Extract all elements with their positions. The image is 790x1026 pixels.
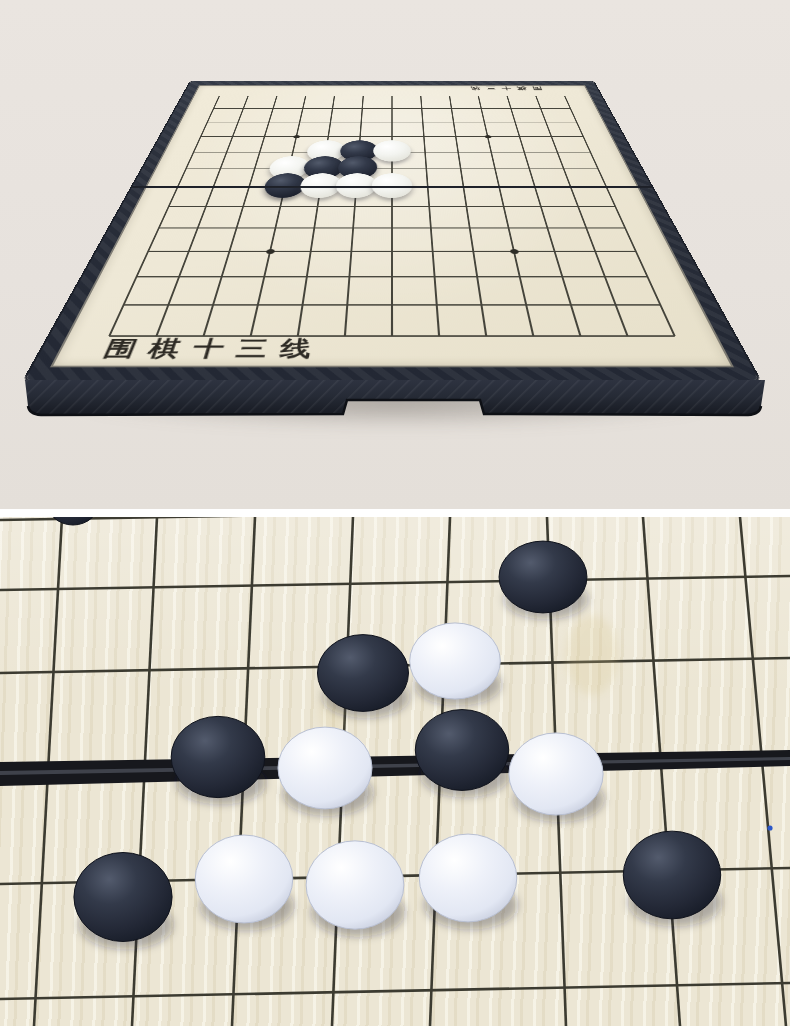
- photo-board-closeup: [0, 517, 790, 1026]
- closeup-stone-black: [415, 710, 508, 791]
- closeup-stone-black-partial: [46, 517, 100, 525]
- closeup-grid-line-vertical: [740, 517, 786, 1026]
- photo-divider: [0, 509, 790, 517]
- closeup-stone-black: [499, 541, 587, 613]
- star-point: [293, 135, 300, 138]
- product-page: 围棋十三线 围棋十三线: [0, 0, 790, 1026]
- closeup-stone-white: [419, 834, 517, 922]
- grid-line-horizontal: [136, 276, 647, 277]
- fold-seam: [131, 186, 652, 189]
- photo-board-angled: 围棋十三线 围棋十三线: [0, 0, 790, 509]
- closeup-stone-white: [278, 727, 372, 809]
- grid-line-vertical: [250, 96, 306, 336]
- grid-line-vertical: [297, 96, 335, 336]
- board-surface: 围棋十三线 围棋十三线: [50, 85, 734, 367]
- grid-line-horizontal: [123, 304, 660, 305]
- closeup-grid-line-horizontal: [0, 576, 790, 590]
- grid-line-horizontal: [148, 251, 636, 252]
- board-stone-white: [373, 140, 411, 161]
- closeup-grid-line-horizontal: [0, 983, 790, 999]
- closeup-stone-black: [318, 635, 409, 712]
- closeup-stone-black: [623, 831, 720, 919]
- grid-line-vertical: [391, 96, 393, 336]
- board-title-opponent: 围棋十三线: [465, 86, 543, 91]
- closeup-stone-white: [195, 835, 293, 923]
- star-point: [509, 249, 518, 254]
- grid-line-vertical: [449, 96, 487, 336]
- closeup-stone-black: [171, 716, 265, 797]
- closeup-stone-black: [74, 853, 172, 942]
- wood-stain: [566, 615, 618, 695]
- grid-line-vertical: [420, 96, 440, 336]
- blue-speck: [767, 825, 772, 830]
- closeup-scene: [0, 517, 790, 1026]
- closeup-grid-line-horizontal: [0, 517, 790, 520]
- grid-line-vertical: [203, 96, 278, 336]
- grid-line-horizontal: [168, 206, 615, 207]
- board-title: 围棋十三线: [99, 335, 326, 364]
- grid-line-horizontal: [159, 228, 626, 229]
- grid-line-vertical: [478, 96, 534, 336]
- closeup-fold-seam: [0, 750, 790, 786]
- grid-line-vertical: [507, 96, 582, 336]
- star-point: [265, 249, 274, 254]
- closeup-stone-white: [306, 841, 404, 929]
- closeup-stone-white: [509, 733, 603, 815]
- grid-line-vertical: [108, 96, 219, 336]
- go-board-tray: 围棋十三线 围棋十三线: [25, 81, 760, 381]
- closeup-stone-white: [410, 623, 501, 699]
- tray-front-face: [0, 378, 790, 430]
- closeup-grid-line-vertical: [643, 517, 680, 1026]
- star-point: [484, 135, 491, 138]
- grid-line-vertical: [344, 96, 364, 336]
- tray-front-texture: [25, 380, 765, 415]
